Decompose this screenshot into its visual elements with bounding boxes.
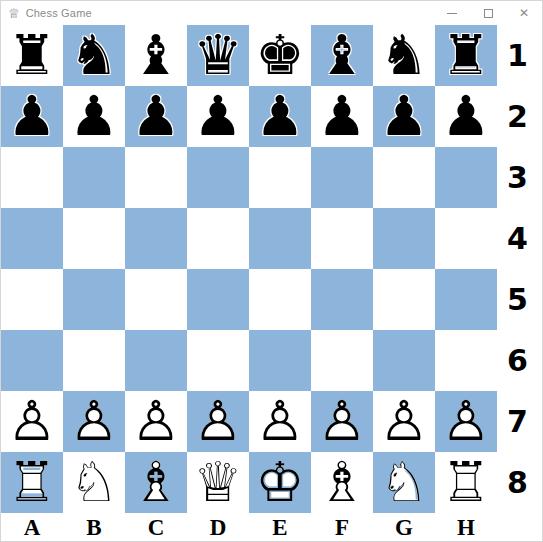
square-h1[interactable]: ♜: [435, 25, 497, 86]
white-queen[interactable]: ♛♕: [193, 455, 242, 510]
square-a3[interactable]: [1, 147, 63, 208]
board-area: ♜♞♝♛♚♝♞♜♟♟♟♟♟♟♟♟♟♙♟♙♟♙♟♙♟♙♟♙♟♙♟♙♜♖♞♘♝♗♛♕…: [1, 25, 542, 542]
square-d8[interactable]: ♛♕: [187, 452, 249, 513]
square-e5[interactable]: [249, 269, 311, 330]
square-b8[interactable]: ♞♘: [63, 452, 125, 513]
square-c3[interactable]: [125, 147, 187, 208]
square-c1[interactable]: ♝: [125, 25, 187, 86]
square-e2[interactable]: ♟: [249, 86, 311, 147]
black-bishop[interactable]: ♝: [317, 28, 366, 83]
title-bar[interactable]: ♕ Chess Game ✕: [1, 1, 542, 25]
square-e8[interactable]: ♚♔: [249, 452, 311, 513]
square-b1[interactable]: ♞: [63, 25, 125, 86]
square-b3[interactable]: [63, 147, 125, 208]
white-rook[interactable]: ♜♖: [7, 455, 56, 510]
crown-icon[interactable]: ♕: [8, 7, 20, 20]
black-king[interactable]: ♚: [255, 28, 304, 83]
square-c5[interactable]: [125, 269, 187, 330]
white-rook[interactable]: ♜♖: [441, 455, 490, 510]
square-e6[interactable]: [249, 330, 311, 391]
rank-label-3: 3: [497, 147, 542, 208]
square-a5[interactable]: [1, 269, 63, 330]
square-a4[interactable]: [1, 208, 63, 269]
rank-label-1: 1: [497, 25, 542, 86]
square-h5[interactable]: [435, 269, 497, 330]
chess-board: ♜♞♝♛♚♝♞♜♟♟♟♟♟♟♟♟♟♙♟♙♟♙♟♙♟♙♟♙♟♙♟♙♜♖♞♘♝♗♛♕…: [1, 25, 497, 513]
square-h7[interactable]: ♟♙: [435, 391, 497, 452]
square-h8[interactable]: ♜♖: [435, 452, 497, 513]
square-d5[interactable]: [187, 269, 249, 330]
black-pawn[interactable]: ♟: [255, 89, 304, 144]
file-label-g: G: [373, 513, 435, 542]
white-bishop[interactable]: ♝♗: [317, 455, 366, 510]
square-f4[interactable]: [311, 208, 373, 269]
square-g2[interactable]: ♟: [373, 86, 435, 147]
square-g6[interactable]: [373, 330, 435, 391]
rank-labels: 12345678: [497, 25, 542, 513]
square-a8[interactable]: ♜♖: [1, 452, 63, 513]
square-c6[interactable]: [125, 330, 187, 391]
rank-label-8: 8: [497, 452, 542, 513]
square-f1[interactable]: ♝: [311, 25, 373, 86]
square-d4[interactable]: [187, 208, 249, 269]
chess-game-window: ♕ Chess Game ✕ ♜♞♝♛♚♝♞♜♟♟♟♟♟♟♟♟♟♙♟♙♟♙♟♙♟…: [0, 0, 543, 542]
file-label-h: H: [435, 513, 497, 542]
white-king[interactable]: ♚♔: [255, 455, 304, 510]
square-a6[interactable]: [1, 330, 63, 391]
file-label-d: D: [187, 513, 249, 542]
square-c8[interactable]: ♝♗: [125, 452, 187, 513]
square-f8[interactable]: ♝♗: [311, 452, 373, 513]
black-pawn[interactable]: ♟: [193, 89, 242, 144]
black-pawn[interactable]: ♟: [379, 89, 428, 144]
maximize-icon: [484, 9, 493, 18]
black-rook[interactable]: ♜: [441, 28, 490, 83]
white-pawn[interactable]: ♟♙: [441, 394, 490, 449]
square-d7[interactable]: ♟♙: [187, 391, 249, 452]
square-d2[interactable]: ♟: [187, 86, 249, 147]
square-a7[interactable]: ♟♙: [1, 391, 63, 452]
minimize-icon: [447, 13, 457, 14]
square-g7[interactable]: ♟♙: [373, 391, 435, 452]
white-pawn[interactable]: ♟♙: [317, 394, 366, 449]
black-pawn[interactable]: ♟: [441, 89, 490, 144]
rank-label-4: 4: [497, 208, 542, 269]
file-label-b: B: [63, 513, 125, 542]
square-f3[interactable]: [311, 147, 373, 208]
black-knight[interactable]: ♞: [379, 28, 428, 83]
close-button[interactable]: ✕: [506, 1, 542, 25]
square-b2[interactable]: ♟: [63, 86, 125, 147]
white-knight[interactable]: ♞♘: [69, 455, 118, 510]
square-e1[interactable]: ♚: [249, 25, 311, 86]
file-labels: ABCDEFGH: [1, 513, 497, 542]
black-pawn[interactable]: ♟: [131, 89, 180, 144]
black-queen[interactable]: ♛: [193, 28, 242, 83]
corner-spacer: [497, 513, 542, 542]
square-d6[interactable]: [187, 330, 249, 391]
window-controls: ✕: [434, 1, 542, 25]
maximize-button[interactable]: [470, 1, 506, 25]
square-e3[interactable]: [249, 147, 311, 208]
black-pawn[interactable]: ♟: [7, 89, 56, 144]
square-f5[interactable]: [311, 269, 373, 330]
square-d1[interactable]: ♛: [187, 25, 249, 86]
square-e7[interactable]: ♟♙: [249, 391, 311, 452]
white-pawn[interactable]: ♟♙: [131, 394, 180, 449]
square-c7[interactable]: ♟♙: [125, 391, 187, 452]
black-knight[interactable]: ♞: [69, 28, 118, 83]
black-bishop[interactable]: ♝: [131, 28, 180, 83]
square-f2[interactable]: ♟: [311, 86, 373, 147]
square-g1[interactable]: ♞: [373, 25, 435, 86]
square-b4[interactable]: [63, 208, 125, 269]
square-h4[interactable]: [435, 208, 497, 269]
square-f6[interactable]: [311, 330, 373, 391]
rank-label-6: 6: [497, 330, 542, 391]
white-knight[interactable]: ♞♘: [379, 455, 428, 510]
square-g3[interactable]: [373, 147, 435, 208]
file-label-a: A: [1, 513, 63, 542]
square-b7[interactable]: ♟♙: [63, 391, 125, 452]
square-a2[interactable]: ♟: [1, 86, 63, 147]
white-pawn[interactable]: ♟♙: [7, 394, 56, 449]
square-b5[interactable]: [63, 269, 125, 330]
white-pawn[interactable]: ♟♙: [193, 394, 242, 449]
square-h6[interactable]: [435, 330, 497, 391]
black-rook[interactable]: ♜: [7, 28, 56, 83]
file-label-f: F: [311, 513, 373, 542]
close-icon: ✕: [519, 7, 529, 19]
white-pawn[interactable]: ♟♙: [379, 394, 428, 449]
square-g8[interactable]: ♞♘: [373, 452, 435, 513]
square-b6[interactable]: [63, 330, 125, 391]
square-f7[interactable]: ♟♙: [311, 391, 373, 452]
rank-label-5: 5: [497, 269, 542, 330]
white-pawn[interactable]: ♟♙: [255, 394, 304, 449]
square-c4[interactable]: [125, 208, 187, 269]
rank-label-2: 2: [497, 86, 542, 147]
square-h2[interactable]: ♟: [435, 86, 497, 147]
white-pawn[interactable]: ♟♙: [69, 394, 118, 449]
minimize-button[interactable]: [434, 1, 470, 25]
white-bishop[interactable]: ♝♗: [131, 455, 180, 510]
square-g4[interactable]: [373, 208, 435, 269]
square-e4[interactable]: [249, 208, 311, 269]
square-g5[interactable]: [373, 269, 435, 330]
black-pawn[interactable]: ♟: [69, 89, 118, 144]
rank-label-7: 7: [497, 391, 542, 452]
window-title: Chess Game: [26, 7, 92, 19]
square-c2[interactable]: ♟: [125, 86, 187, 147]
square-a1[interactable]: ♜: [1, 25, 63, 86]
black-pawn[interactable]: ♟: [317, 89, 366, 144]
square-d3[interactable]: [187, 147, 249, 208]
file-label-e: E: [249, 513, 311, 542]
square-h3[interactable]: [435, 147, 497, 208]
file-label-c: C: [125, 513, 187, 542]
